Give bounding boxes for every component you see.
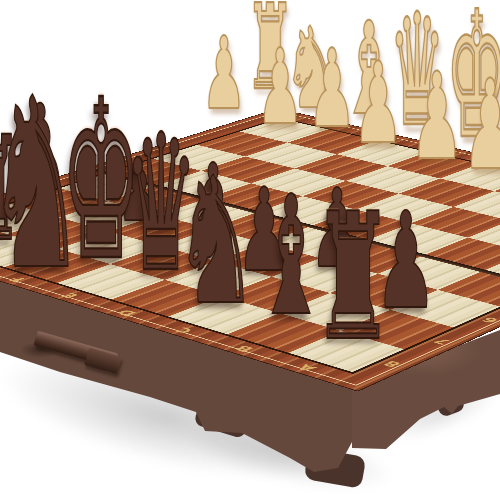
- piece-white-p-f2: ♟: [308, 36, 356, 144]
- piece-black-n-d8: ♞: [173, 154, 258, 330]
- chess-set-product-photo: HGFEDCBA12345678 ♟♟♟♟♟♟♚♛♝♞♜♜♝♞♛♚♞♜♟♟♟♟♟…: [0, 0, 500, 500]
- piece-black-r-a8: ♜: [312, 191, 394, 366]
- piece-white-p-d2: ♟: [410, 56, 464, 176]
- piece-white-p-e2: ♟: [353, 48, 403, 160]
- pieces-layer: ♟♟♟♟♟♟♚♛♝♞♜♜♝♞♛♚♞♜♟♟♟♟♟♟: [0, 0, 500, 500]
- piece-white-p-h2: ♟: [202, 24, 247, 124]
- piece-black-n-g8: ♞: [0, 67, 86, 302]
- piece-white-p-g2: ♟: [257, 35, 304, 139]
- piece-white-p-c2: ♟: [462, 64, 500, 188]
